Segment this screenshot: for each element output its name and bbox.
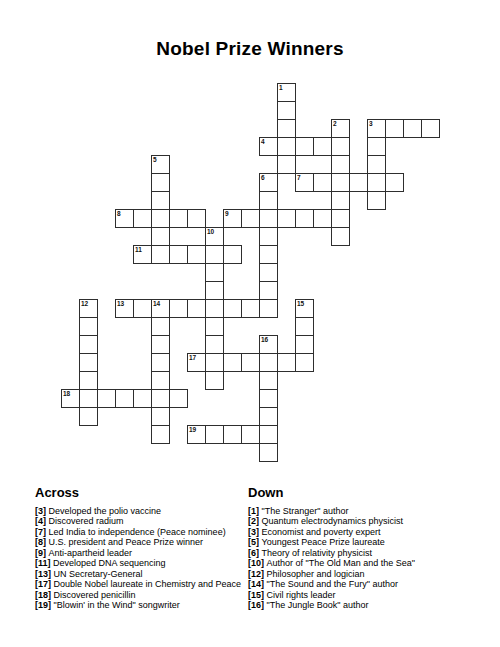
cell-r7-c6[interactable] (169, 209, 188, 228)
cell-r2-c17[interactable]: 3 (367, 119, 386, 138)
cell-r0-c12[interactable]: 1 (277, 83, 296, 102)
down-clue-5: [5] Youngest Peace Prize laureate (248, 537, 480, 547)
down-header: Down (248, 485, 480, 500)
cell-r4-c12[interactable] (277, 155, 296, 174)
cell-r7-c11[interactable] (259, 209, 278, 228)
cell-r2-c12[interactable] (277, 119, 296, 138)
cell-r15-c9[interactable] (223, 353, 242, 372)
down-clue-12: [12] Philosopher and logician (248, 569, 480, 579)
clue-number: 8 (117, 210, 121, 218)
clue-number: 13 (117, 300, 124, 308)
cell-r19-c8[interactable] (205, 425, 224, 444)
cell-r5-c17[interactable] (367, 173, 386, 192)
cell-r18-c1[interactable] (79, 407, 98, 426)
cell-r15-c12[interactable] (277, 353, 296, 372)
cell-r14-c13[interactable] (295, 335, 314, 354)
cell-r19-c10[interactable] (241, 425, 260, 444)
across-clue-list: [3] Developed the polio vaccine[4] Disco… (35, 506, 248, 611)
cell-r12-c10[interactable] (241, 299, 260, 318)
cell-r7-c13[interactable] (295, 209, 314, 228)
cell-r3-c11[interactable]: 4 (259, 137, 278, 156)
clue-number: 12 (81, 300, 88, 308)
cell-r3-c17[interactable] (367, 137, 386, 156)
cell-r7-c10[interactable] (241, 209, 260, 228)
cell-r11-c11[interactable] (259, 281, 278, 300)
cell-r5-c13[interactable]: 7 (295, 173, 314, 192)
across-clue-7: [7] Led India to independence (Peace nom… (35, 527, 248, 537)
cell-r19-c9[interactable] (223, 425, 242, 444)
cell-r2-c20[interactable] (421, 119, 440, 138)
crossword-grid: 12345678910111213141516171819 (61, 83, 440, 462)
down-clue-6: [6] Theory of relativity physicist (248, 548, 480, 558)
cell-r19-c5[interactable] (151, 425, 170, 444)
cell-r15-c13[interactable] (295, 353, 314, 372)
cell-r17-c11[interactable] (259, 389, 278, 408)
cell-r12-c5[interactable]: 14 (151, 299, 170, 318)
cell-r6-c11[interactable] (259, 191, 278, 210)
clue-number: 2 (333, 120, 337, 128)
cell-r14-c1[interactable] (79, 335, 98, 354)
across-clue-4: [4] Discovered radium (35, 516, 248, 526)
clue-number: 16 (261, 336, 268, 344)
cell-r7-c15[interactable] (331, 209, 350, 228)
cell-r7-c9[interactable]: 9 (223, 209, 242, 228)
cell-r13-c8[interactable] (205, 317, 224, 336)
cell-r17-c1[interactable] (79, 389, 98, 408)
down-clues-column: Down [1] "The Stranger" author[2] Quantu… (248, 485, 480, 611)
cell-r19-c7[interactable]: 19 (187, 425, 206, 444)
cell-r12-c4[interactable] (133, 299, 152, 318)
cell-r13-c5[interactable] (151, 317, 170, 336)
cell-r12-c11[interactable] (259, 299, 278, 318)
clue-number: 5 (153, 156, 157, 164)
across-clue-17: [17] Double Nobel laureate in Chemistry … (35, 579, 248, 589)
clue-number: 3 (369, 120, 373, 128)
clue-number: 14 (153, 300, 160, 308)
cell-r12-c9[interactable] (223, 299, 242, 318)
cell-r4-c5[interactable]: 5 (151, 155, 170, 174)
cell-r15-c11[interactable] (259, 353, 278, 372)
cell-r9-c9[interactable] (223, 245, 242, 264)
cell-r3-c12[interactable] (277, 137, 296, 156)
cell-r14-c8[interactable] (205, 335, 224, 354)
cell-r15-c10[interactable] (241, 353, 260, 372)
clue-number: 17 (189, 354, 196, 362)
cell-r5-c14[interactable] (313, 173, 332, 192)
cell-r20-c11[interactable] (259, 443, 278, 462)
cell-r14-c5[interactable] (151, 335, 170, 354)
cell-r18-c5[interactable] (151, 407, 170, 426)
cell-r7-c14[interactable] (313, 209, 332, 228)
clue-number: 15 (297, 300, 304, 308)
cell-r7-c5[interactable] (151, 209, 170, 228)
across-header: Across (35, 485, 248, 500)
cell-r5-c18[interactable] (385, 173, 404, 192)
cell-r15-c7[interactable]: 17 (187, 353, 206, 372)
across-clue-11: [11] Developed DNA sequencing (35, 558, 248, 568)
cell-r15-c1[interactable] (79, 353, 98, 372)
clue-number: 4 (261, 138, 265, 146)
down-clue-2: [2] Quantum electrodynamics physicist (248, 516, 480, 526)
cell-r17-c4[interactable] (133, 389, 152, 408)
cell-r4-c17[interactable] (367, 155, 386, 174)
cell-r8-c15[interactable] (331, 227, 350, 246)
cell-r12-c6[interactable] (169, 299, 188, 318)
down-clue-1: [1] "The Stranger" author (248, 506, 480, 516)
cell-r9-c8[interactable] (205, 245, 224, 264)
clue-number: 11 (135, 246, 142, 254)
cell-r9-c11[interactable] (259, 245, 278, 264)
cell-r14-c11[interactable]: 16 (259, 335, 278, 354)
cell-r5-c11[interactable]: 6 (259, 173, 278, 192)
cell-r9-c7[interactable] (187, 245, 206, 264)
cell-r2-c19[interactable] (403, 119, 422, 138)
cell-r7-c4[interactable] (133, 209, 152, 228)
cell-r17-c5[interactable] (151, 389, 170, 408)
cell-r9-c5[interactable] (151, 245, 170, 264)
cell-r17-c2[interactable] (97, 389, 116, 408)
across-clue-13: [13] UN Secretary-General (35, 569, 248, 579)
cell-r16-c8[interactable] (205, 371, 224, 390)
cell-r15-c8[interactable] (205, 353, 224, 372)
cell-r3-c14[interactable] (313, 137, 332, 156)
clue-number: 10 (207, 228, 214, 236)
across-clue-9: [9] Anti-apartheid leader (35, 548, 248, 558)
clue-number: 9 (225, 210, 229, 218)
clue-number: 6 (261, 174, 265, 182)
down-clue-10: [10] Author of "The Old Man and the Sea" (248, 558, 480, 568)
cell-r17-c3[interactable] (115, 389, 134, 408)
cell-r12-c13[interactable]: 15 (295, 299, 314, 318)
clue-number: 7 (297, 174, 301, 182)
cell-r10-c8[interactable] (205, 263, 224, 282)
down-clue-15: [15] Civil rights leader (248, 590, 480, 600)
cell-r9-c6[interactable] (169, 245, 188, 264)
cell-r1-c12[interactable] (277, 101, 296, 120)
cell-r8-c11[interactable] (259, 227, 278, 246)
cell-r13-c1[interactable] (79, 317, 98, 336)
down-clue-3: [3] Economist and poverty expert (248, 527, 480, 537)
puzzle-title: Nobel Prize Winners (0, 38, 500, 60)
clue-number: 18 (63, 390, 70, 398)
clue-lists: Across [3] Developed the polio vaccine[4… (0, 462, 500, 611)
down-clue-14: [14] "The Sound and the Fury" author (248, 579, 480, 589)
cell-r16-c1[interactable] (79, 371, 98, 390)
cell-r10-c11[interactable] (259, 263, 278, 282)
cell-r7-c3[interactable]: 8 (115, 209, 134, 228)
cell-r19-c11[interactable] (259, 425, 278, 444)
cell-r6-c15[interactable] (331, 191, 350, 210)
cell-r5-c16[interactable] (349, 173, 368, 192)
cell-r8-c5[interactable] (151, 227, 170, 246)
down-clue-list: [1] "The Stranger" author[2] Quantum ele… (248, 506, 480, 611)
cell-r5-c15[interactable] (331, 173, 350, 192)
cell-r7-c7[interactable] (187, 209, 206, 228)
cell-r3-c15[interactable] (331, 137, 350, 156)
across-clue-3: [3] Developed the polio vaccine (35, 506, 248, 516)
cell-r3-c13[interactable] (295, 137, 314, 156)
cell-r2-c18[interactable] (385, 119, 404, 138)
cell-r18-c11[interactable] (259, 407, 278, 426)
cell-r11-c8[interactable] (205, 281, 224, 300)
cell-r17-c0[interactable]: 18 (61, 389, 80, 408)
cell-r12-c1[interactable]: 12 (79, 299, 98, 318)
cell-r12-c3[interactable]: 13 (115, 299, 134, 318)
across-clue-8: [8] U.S. president and Peace Prize winne… (35, 537, 248, 547)
clue-number: 19 (189, 426, 196, 434)
across-clue-19: [19] "Blowin' in the Wind" songwriter (35, 600, 248, 610)
cell-r13-c13[interactable] (295, 317, 314, 336)
cell-r5-c5[interactable] (151, 173, 170, 192)
down-clue-16: [16] "The Jungle Book" author (248, 600, 480, 610)
cell-r15-c5[interactable] (151, 353, 170, 372)
cell-r8-c8[interactable]: 10 (205, 227, 224, 246)
cell-r17-c6[interactable] (169, 389, 188, 408)
cell-r9-c4[interactable]: 11 (133, 245, 152, 264)
across-clue-18: [18] Discovered penicillin (35, 590, 248, 600)
cell-r6-c17[interactable] (367, 191, 386, 210)
clue-number: 1 (279, 84, 283, 92)
cell-r7-c12[interactable] (277, 209, 296, 228)
cell-r4-c15[interactable] (331, 155, 350, 174)
cell-r6-c5[interactable] (151, 191, 170, 210)
cell-r12-c8[interactable] (205, 299, 224, 318)
cell-r2-c15[interactable]: 2 (331, 119, 350, 138)
cell-r16-c5[interactable] (151, 371, 170, 390)
cell-r12-c7[interactable] (187, 299, 206, 318)
cell-r16-c11[interactable] (259, 371, 278, 390)
across-clues-column: Across [3] Developed the polio vaccine[4… (35, 485, 248, 611)
